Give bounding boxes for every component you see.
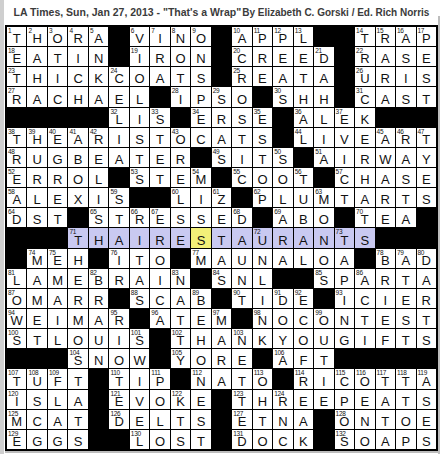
cell-r4c19[interactable]: A [376, 87, 395, 106]
cell-r3c13[interactable]: E [253, 67, 272, 86]
cell-r16c18[interactable]: I [355, 329, 374, 348]
cell-r6c8[interactable]: T [150, 128, 169, 147]
cell-r3c5[interactable]: K [89, 67, 108, 86]
cell-r13c11[interactable]: 84S [212, 269, 231, 288]
cell-r15c9[interactable]: T [171, 309, 190, 328]
cell-r14c18[interactable]: C [355, 289, 374, 308]
cell-r13c1[interactable]: 81L [7, 269, 26, 288]
cell-r12c11[interactable]: A [212, 249, 231, 268]
cell-r16c6[interactable]: I [109, 329, 128, 348]
cell-r9c13[interactable]: 62P [253, 188, 272, 207]
cell-r8c5[interactable]: L [89, 168, 108, 187]
cell-r6c12[interactable]: T [232, 128, 251, 147]
cell-r20c3[interactable]: A [48, 410, 67, 429]
cell-r1c9[interactable]: 8N [171, 27, 190, 46]
cell-r19c1[interactable]: 120I [7, 390, 26, 409]
cell-r4c6[interactable]: E [109, 87, 128, 106]
cell-r9c6[interactable]: 59S [109, 188, 128, 207]
cell-r15c15[interactable]: C [294, 309, 313, 328]
cell-r14c1[interactable]: 87O [7, 289, 26, 308]
cell-r11c6[interactable]: A [109, 228, 128, 247]
cell-r6c17[interactable]: V [335, 128, 354, 147]
cell-r3c6[interactable]: 24C [109, 67, 128, 86]
cell-r11c4[interactable]: 71T [68, 228, 87, 247]
cell-r1c18[interactable]: 14T [355, 27, 374, 46]
cell-r7c1[interactable]: 48R [7, 148, 26, 167]
cell-r8c15[interactable]: 56T [294, 168, 313, 187]
cell-r7c6[interactable]: A [109, 148, 128, 167]
cell-r4c9[interactable]: 28I [171, 87, 190, 106]
cell-r18c6[interactable]: 110T [109, 369, 128, 388]
cell-r2c18[interactable]: 22R [355, 47, 374, 66]
cell-r18c2[interactable]: 108U [27, 369, 46, 388]
cell-r3c16[interactable]: A [314, 67, 333, 86]
cell-r14c14[interactable]: 91D [273, 289, 292, 308]
cell-r18c11[interactable]: A [212, 369, 231, 388]
cell-r13c5[interactable]: 82B [89, 269, 108, 288]
cell-r8c1[interactable]: 52E [7, 168, 26, 187]
cell-r13c8[interactable]: I [150, 269, 169, 288]
cell-r8c13[interactable]: O [253, 168, 272, 187]
cell-r6c6[interactable]: I [109, 128, 128, 147]
cell-r3c20[interactable]: I [396, 67, 415, 86]
cell-r11c11[interactable]: T [212, 228, 231, 247]
cell-r10c9[interactable]: S [171, 208, 190, 227]
cell-r16c9[interactable]: 102T [171, 329, 190, 348]
cell-r10c18[interactable]: 70T [355, 208, 374, 227]
cell-r15c3[interactable]: I [48, 309, 67, 328]
cell-r11c8[interactable]: R [150, 228, 169, 247]
cell-r7c5[interactable]: E [89, 148, 108, 167]
cell-r19c2[interactable]: S [27, 390, 46, 409]
cell-r3c15[interactable]: T [294, 67, 313, 86]
cell-r17c15[interactable]: F [294, 349, 313, 368]
cell-r16c10[interactable]: H [191, 329, 210, 348]
cell-r12c2[interactable]: 74M [27, 249, 46, 268]
cell-r21c20[interactable]: P [396, 430, 415, 449]
cell-r20c6[interactable]: 126D [109, 410, 128, 429]
cell-r11c16[interactable]: N [314, 228, 333, 247]
cell-r20c7[interactable]: E [130, 410, 149, 429]
cell-r1c3[interactable]: 3O [48, 27, 67, 46]
cell-r6c19[interactable]: 45A [376, 128, 395, 147]
cell-r20c19[interactable]: T [376, 410, 395, 429]
cell-r9c3[interactable]: E [48, 188, 67, 207]
cell-r19c9[interactable]: 122K [171, 390, 190, 409]
cell-r10c15[interactable]: B [294, 208, 313, 227]
cell-r6c5[interactable]: 42R [89, 128, 108, 147]
cell-r20c17[interactable]: 128O [335, 410, 354, 429]
cell-r2c2[interactable]: A [27, 47, 46, 66]
cell-r6c11[interactable]: A [212, 128, 231, 147]
cell-r5c13[interactable]: 35E [253, 108, 272, 127]
cell-r13c3[interactable]: M [48, 269, 67, 288]
cell-r19c14[interactable]: 124R [273, 390, 292, 409]
cell-r3c8[interactable]: A [150, 67, 169, 86]
cell-r15c8[interactable]: 96A [150, 309, 169, 328]
cell-r4c1[interactable]: 27R [7, 87, 26, 106]
cell-r6c20[interactable]: 46R [396, 128, 415, 147]
cell-r5c8[interactable]: 33S [150, 108, 169, 127]
cell-r3c3[interactable]: I [48, 67, 67, 86]
cell-r9c9[interactable]: 60L [171, 188, 190, 207]
cell-r17c16[interactable]: T [314, 349, 333, 368]
cell-r9c11[interactable]: 61Z [212, 188, 231, 207]
cell-r14c4[interactable]: R [68, 289, 87, 308]
cell-r6c21[interactable]: 47T [417, 128, 436, 147]
cell-r4c2[interactable]: A [27, 87, 46, 106]
cell-r20c18[interactable]: N [355, 410, 374, 429]
cell-r7c18[interactable]: R [355, 148, 374, 167]
cell-r21c7[interactable]: 130L [130, 430, 149, 449]
cell-r11c15[interactable]: A [294, 228, 313, 247]
cell-r6c13[interactable]: S [253, 128, 272, 147]
cell-r6c15[interactable]: 44L [294, 128, 313, 147]
cell-r1c7[interactable]: 6V [130, 27, 149, 46]
cell-r1c14[interactable]: 12P [273, 27, 292, 46]
cell-r15c10[interactable]: E [191, 309, 210, 328]
cell-r15c1[interactable]: 94W [7, 309, 26, 328]
cell-r7c4[interactable]: B [68, 148, 87, 167]
cell-r5c18[interactable]: K [355, 108, 374, 127]
cell-r13c6[interactable]: R [109, 269, 128, 288]
cell-r10c14[interactable]: 69A [273, 208, 292, 227]
cell-r21c18[interactable]: O [355, 430, 374, 449]
cell-r4c3[interactable]: C [48, 87, 67, 106]
cell-r4c14[interactable]: 30S [273, 87, 292, 106]
cell-r4c18[interactable]: 31C [355, 87, 374, 106]
cell-r8c8[interactable]: T [150, 168, 169, 187]
cell-r15c5[interactable]: A [89, 309, 108, 328]
cell-r11c12[interactable]: A [232, 228, 251, 247]
cell-r17c12[interactable]: E [232, 349, 251, 368]
cell-r9c4[interactable]: X [68, 188, 87, 207]
cell-r6c3[interactable]: 40E [48, 128, 67, 147]
cell-r9c18[interactable]: A [355, 188, 374, 207]
cell-r11c9[interactable]: E [171, 228, 190, 247]
cell-r7c3[interactable]: G [48, 148, 67, 167]
cell-r2c19[interactable]: A [376, 47, 395, 66]
cell-r14c21[interactable]: R [417, 289, 436, 308]
cell-r21c2[interactable]: G [27, 430, 46, 449]
cell-r19c7[interactable]: V [130, 390, 149, 409]
cell-r10c16[interactable]: O [314, 208, 333, 227]
cell-r11c17[interactable]: 73T [335, 228, 354, 247]
cell-r21c17[interactable]: 132S [335, 430, 354, 449]
cell-r5c11[interactable]: R [212, 108, 231, 127]
cell-r3c21[interactable]: S [417, 67, 436, 86]
cell-r19c3[interactable]: L [48, 390, 67, 409]
cell-r2c7[interactable]: 19I [130, 47, 149, 66]
cell-r21c1[interactable]: 129E [7, 430, 26, 449]
cell-r6c16[interactable]: I [314, 128, 333, 147]
cell-r21c15[interactable]: K [294, 430, 313, 449]
cell-r1c12[interactable]: 10A [232, 27, 251, 46]
cell-r12c13[interactable]: N [253, 249, 272, 268]
cell-r20c13[interactable]: T [253, 410, 272, 429]
cell-r6c1[interactable]: 38T [7, 128, 26, 147]
cell-r4c7[interactable]: L [130, 87, 149, 106]
cell-r1c4[interactable]: 4R [68, 27, 87, 46]
cell-r18c3[interactable]: 109F [48, 369, 67, 388]
cell-r13c9[interactable]: 83N [171, 269, 190, 288]
cell-r17c11[interactable]: R [212, 349, 231, 368]
cell-r16c14[interactable]: Y [273, 329, 292, 348]
cell-r2c5[interactable]: N [89, 47, 108, 66]
cell-r7c2[interactable]: U [27, 148, 46, 167]
cell-r1c5[interactable]: 5A [89, 27, 108, 46]
cell-r14c17[interactable]: 93I [335, 289, 354, 308]
cell-r10c11[interactable]: E [212, 208, 231, 227]
cell-r3c7[interactable]: O [130, 67, 149, 86]
cell-r3c9[interactable]: T [171, 67, 190, 86]
cell-r17c10[interactable]: O [191, 349, 210, 368]
cell-r8c3[interactable]: R [48, 168, 67, 187]
cell-r15c21[interactable]: T [417, 309, 436, 328]
cell-r16c2[interactable]: T [27, 329, 46, 348]
cell-r15c2[interactable]: E [27, 309, 46, 328]
cell-r17c9[interactable]: 105Y [171, 349, 190, 368]
cell-r18c17[interactable]: 115C [335, 369, 354, 388]
cell-r4c16[interactable]: H [314, 87, 333, 106]
cell-r9c19[interactable]: R [376, 188, 395, 207]
cell-r11c18[interactable]: S [355, 228, 374, 247]
cell-r19c20[interactable]: T [396, 390, 415, 409]
cell-r9c5[interactable]: I [89, 188, 108, 207]
cell-r12c21[interactable]: 80D [417, 249, 436, 268]
cell-r5c6[interactable]: 32L [109, 108, 128, 127]
cell-r9c16[interactable]: 63M [314, 188, 333, 207]
cell-r16c17[interactable]: G [335, 329, 354, 348]
cell-r15c18[interactable]: T [355, 309, 374, 328]
cell-r16c1[interactable]: 100S [7, 329, 26, 348]
cell-r3c10[interactable]: S [191, 67, 210, 86]
cell-r15c11[interactable]: 97M [212, 309, 231, 328]
cell-r8c7[interactable]: 53S [130, 168, 149, 187]
cell-r14c8[interactable]: C [150, 289, 169, 308]
cell-r13c4[interactable]: E [68, 269, 87, 288]
cell-r11c10[interactable]: S [191, 228, 210, 247]
cell-r8c4[interactable]: O [68, 168, 87, 187]
cell-r3c14[interactable]: A [273, 67, 292, 86]
cell-r20c21[interactable]: E [417, 410, 436, 429]
cell-r21c13[interactable]: O [253, 430, 272, 449]
cell-r20c2[interactable]: C [27, 410, 46, 429]
cell-r5c7[interactable]: I [130, 108, 149, 127]
cell-r16c21[interactable]: S [417, 329, 436, 348]
cell-r2c15[interactable]: E [294, 47, 313, 66]
cell-r18c7[interactable]: I [130, 369, 149, 388]
cell-r2c9[interactable]: O [171, 47, 190, 66]
cell-r10c2[interactable]: S [27, 208, 46, 227]
cell-r17c7[interactable]: W [130, 349, 149, 368]
cell-r21c12[interactable]: 131D [232, 430, 251, 449]
cell-r12c15[interactable]: L [294, 249, 313, 268]
cell-r15c6[interactable]: 95R [109, 309, 128, 328]
cell-r8c10[interactable]: 54M [191, 168, 210, 187]
cell-r6c18[interactable]: E [355, 128, 374, 147]
cell-r2c14[interactable]: E [273, 47, 292, 66]
cell-r12c12[interactable]: U [232, 249, 251, 268]
cell-r1c15[interactable]: 13L [294, 27, 313, 46]
cell-r16c12[interactable]: 103N [232, 329, 251, 348]
cell-r8c2[interactable]: R [27, 168, 46, 187]
cell-r20c14[interactable]: N [273, 410, 292, 429]
cell-r8c17[interactable]: 57C [335, 168, 354, 187]
cell-r4c21[interactable]: T [417, 87, 436, 106]
cell-r13c2[interactable]: A [27, 269, 46, 288]
cell-r13c12[interactable]: N [232, 269, 251, 288]
cell-r17c4[interactable]: 104S [68, 349, 87, 368]
cell-r21c14[interactable]: C [273, 430, 292, 449]
cell-r16c20[interactable]: T [396, 329, 415, 348]
cell-r3c18[interactable]: 26U [355, 67, 374, 86]
cell-r10c7[interactable]: 66R [130, 208, 149, 227]
cell-r7c8[interactable]: E [150, 148, 169, 167]
cell-r16c16[interactable]: U [314, 329, 333, 348]
cell-r7c17[interactable]: I [335, 148, 354, 167]
cell-r6c7[interactable]: S [130, 128, 149, 147]
cell-r3c19[interactable]: R [376, 67, 395, 86]
cell-r12c20[interactable]: 79A [396, 249, 415, 268]
cell-r13c18[interactable]: 86A [355, 269, 374, 288]
cell-r19c10[interactable]: E [191, 390, 210, 409]
cell-r7c13[interactable]: T [253, 148, 272, 167]
cell-r20c9[interactable]: T [171, 410, 190, 429]
cell-r4c4[interactable]: H [68, 87, 87, 106]
cell-r19c13[interactable]: H [253, 390, 272, 409]
cell-r10c19[interactable]: E [376, 208, 395, 227]
cell-r12c8[interactable]: O [150, 249, 169, 268]
cell-r20c12[interactable]: 127E [232, 410, 251, 429]
cell-r18c21[interactable]: 119A [417, 369, 436, 388]
cell-r10c8[interactable]: 67E [150, 208, 169, 227]
cell-r14c2[interactable]: M [27, 289, 46, 308]
cell-r10c6[interactable]: T [109, 208, 128, 227]
cell-r2c13[interactable]: R [253, 47, 272, 66]
cell-r7c11[interactable]: 49S [212, 148, 231, 167]
cell-r20c4[interactable]: T [68, 410, 87, 429]
cell-r8c12[interactable]: 55C [232, 168, 251, 187]
cell-r7c21[interactable]: Y [417, 148, 436, 167]
cell-r7c7[interactable]: T [130, 148, 149, 167]
cell-r18c10[interactable]: 112N [191, 369, 210, 388]
cell-r7c16[interactable]: 51A [314, 148, 333, 167]
cell-r11c5[interactable]: H [89, 228, 108, 247]
cell-r9c17[interactable]: T [335, 188, 354, 207]
cell-r15c14[interactable]: O [273, 309, 292, 328]
cell-r18c15[interactable]: 114R [294, 369, 313, 388]
cell-r19c17[interactable]: P [335, 390, 354, 409]
cell-r16c15[interactable]: O [294, 329, 313, 348]
cell-r21c9[interactable]: S [171, 430, 190, 449]
cell-r13c7[interactable]: A [130, 269, 149, 288]
cell-r4c5[interactable]: A [89, 87, 108, 106]
cell-r14c13[interactable]: I [253, 289, 272, 308]
cell-r18c18[interactable]: 116O [355, 369, 374, 388]
cell-r20c8[interactable]: L [150, 410, 169, 429]
cell-r5c16[interactable]: L [314, 108, 333, 127]
cell-r18c8[interactable]: 111P [150, 369, 169, 388]
cell-r6c9[interactable]: 43O [171, 128, 190, 147]
cell-r18c20[interactable]: 118T [396, 369, 415, 388]
cell-r21c8[interactable]: O [150, 430, 169, 449]
cell-r14c3[interactable]: A [48, 289, 67, 308]
cell-r2c12[interactable]: 20C [232, 47, 251, 66]
cell-r14c20[interactable]: E [396, 289, 415, 308]
cell-r12c16[interactable]: O [314, 249, 333, 268]
cell-r16c11[interactable]: A [212, 329, 231, 348]
cell-r1c8[interactable]: 7I [150, 27, 169, 46]
cell-r2c8[interactable]: R [150, 47, 169, 66]
cell-r20c10[interactable]: S [191, 410, 210, 429]
cell-r9c15[interactable]: U [294, 188, 313, 207]
cell-r5c15[interactable]: 36A [294, 108, 313, 127]
cell-r16c19[interactable]: F [376, 329, 395, 348]
cell-r4c15[interactable]: H [294, 87, 313, 106]
cell-r19c18[interactable]: E [355, 390, 374, 409]
cell-r11c7[interactable]: I [130, 228, 149, 247]
cell-r3c1[interactable]: 23T [7, 67, 26, 86]
cell-r18c1[interactable]: 107T [7, 369, 26, 388]
cell-r19c19[interactable]: A [376, 390, 395, 409]
cell-r5c10[interactable]: 34E [191, 108, 210, 127]
cell-r16c3[interactable]: L [48, 329, 67, 348]
cell-r18c19[interactable]: 117T [376, 369, 395, 388]
cell-r1c19[interactable]: 15R [376, 27, 395, 46]
cell-r21c3[interactable]: G [48, 430, 67, 449]
cell-r15c13[interactable]: 98N [253, 309, 272, 328]
cell-r12c3[interactable]: 75E [48, 249, 67, 268]
cell-r20c1[interactable]: 125M [7, 410, 26, 429]
cell-r12c4[interactable]: H [68, 249, 87, 268]
cell-r3c4[interactable]: C [68, 67, 87, 86]
cell-r20c15[interactable]: A [294, 410, 313, 429]
cell-r17c5[interactable]: N [89, 349, 108, 368]
cell-r12c7[interactable]: T [130, 249, 149, 268]
cell-r2c4[interactable]: I [68, 47, 87, 66]
cell-r13c17[interactable]: P [335, 269, 354, 288]
cell-r6c2[interactable]: 39H [27, 128, 46, 147]
cell-r5c17[interactable]: 37E [335, 108, 354, 127]
cell-r1c20[interactable]: 16A [396, 27, 415, 46]
cell-r18c4[interactable]: T [68, 369, 87, 388]
cell-r9c10[interactable]: I [191, 188, 210, 207]
cell-r19c4[interactable]: A [68, 390, 87, 409]
cell-r17c14[interactable]: 106A [273, 349, 292, 368]
cell-r18c16[interactable]: I [314, 369, 333, 388]
cell-r2c1[interactable]: 18E [7, 47, 26, 66]
cell-r2c20[interactable]: S [396, 47, 415, 66]
cell-r15c4[interactable]: M [68, 309, 87, 328]
cell-r12c6[interactable]: 76I [109, 249, 128, 268]
cell-r1c13[interactable]: 11P [253, 27, 272, 46]
cell-r7c20[interactable]: A [396, 148, 415, 167]
cell-r7c9[interactable]: R [171, 148, 190, 167]
cell-r8c14[interactable]: O [273, 168, 292, 187]
cell-r19c15[interactable]: E [294, 390, 313, 409]
cell-r12c10[interactable]: 77M [191, 249, 210, 268]
cell-r6c4[interactable]: 41A [68, 128, 87, 147]
cell-r14c7[interactable]: 88S [130, 289, 149, 308]
cell-r3c2[interactable]: H [27, 67, 46, 86]
cell-r14c19[interactable]: I [376, 289, 395, 308]
cell-r19c21[interactable]: S [417, 390, 436, 409]
cell-r14c5[interactable]: R [89, 289, 108, 308]
cell-r17c6[interactable]: O [109, 349, 128, 368]
cell-r16c13[interactable]: K [253, 329, 272, 348]
cell-r16c5[interactable]: U [89, 329, 108, 348]
